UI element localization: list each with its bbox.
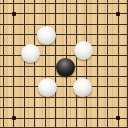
- white-stone: [21, 44, 40, 63]
- star-point: [116, 116, 120, 120]
- board-grid-line-vertical: [127, 0, 128, 128]
- star-point: [116, 12, 120, 16]
- board-grid-line-horizontal: [0, 127, 128, 128]
- board-grid-line-vertical: [107, 0, 108, 128]
- board-grid-line-vertical: [86, 0, 87, 128]
- white-stone: [73, 78, 92, 97]
- white-stone: [37, 26, 56, 45]
- black-stone: [56, 58, 75, 77]
- board-grid-line-horizontal: [0, 24, 128, 25]
- board-grid-line-vertical: [24, 0, 25, 128]
- board-grid-line-vertical: [3, 0, 4, 128]
- board-grid-line-vertical: [118, 0, 119, 128]
- board-grid-line-horizontal: [0, 13, 128, 14]
- board-grid-line-horizontal: [0, 97, 128, 98]
- star-point: [12, 12, 16, 16]
- board-grid-line-vertical: [34, 0, 35, 128]
- board-grid-line-vertical: [97, 0, 98, 128]
- board-grid-line-vertical: [13, 0, 14, 128]
- board-grid-line-vertical: [45, 0, 46, 128]
- board-grid-line-horizontal: [0, 3, 128, 4]
- white-stone: [74, 41, 93, 60]
- board-grid-line-horizontal: [0, 55, 128, 56]
- board-grid-line-vertical: [76, 0, 77, 128]
- board-grid-line-horizontal: [0, 45, 128, 46]
- board-grid-line-horizontal: [0, 107, 128, 108]
- go-board[interactable]: [0, 0, 128, 128]
- star-point: [12, 116, 16, 120]
- board-grid-line-horizontal: [0, 118, 128, 119]
- white-stone: [38, 78, 57, 97]
- board-grid-line-horizontal: [0, 34, 128, 35]
- board-grid-line-horizontal: [0, 86, 128, 87]
